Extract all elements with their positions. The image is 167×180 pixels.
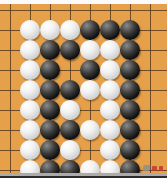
black-stone-r7c6 — [120, 140, 140, 160]
black-stone-r4c6 — [120, 80, 140, 100]
black-stone-r5c2 — [40, 100, 60, 120]
white-stone-r7c3 — [60, 140, 80, 160]
black-stone-r2c2 — [40, 40, 60, 60]
black-stone-r2c6 — [120, 40, 140, 60]
black-stone-r6c2 — [40, 120, 60, 140]
white-stone-r6c5 — [100, 120, 120, 140]
screenshot-root — [0, 0, 167, 180]
black-stone-r2c3 — [60, 40, 80, 60]
black-stone-r4c3 — [60, 80, 80, 100]
white-stone-r1c1 — [20, 20, 40, 40]
white-stone-r5c5 — [100, 100, 120, 120]
go-board[interactable] — [0, 4, 167, 173]
black-stone-r3c4 — [80, 60, 100, 80]
black-stone-r7c2 — [40, 140, 60, 160]
white-stone-r6c1 — [20, 120, 40, 140]
white-stone-r1c2 — [40, 20, 60, 40]
white-stone-r2c4 — [80, 40, 100, 60]
white-stone-r4c1 — [20, 80, 40, 100]
black-stone-r3c2 — [40, 60, 60, 80]
watermark-icon — [142, 165, 150, 171]
white-stone-r5c1 — [20, 100, 40, 120]
black-stone-r6c6 — [120, 120, 140, 140]
watermark-text-mark — [152, 166, 157, 171]
bottom-frame-white — [0, 178, 167, 180]
black-stone-r3c6 — [120, 60, 140, 80]
white-stone-r4c4 — [80, 80, 100, 100]
black-stone-r5c6 — [120, 100, 140, 120]
white-stone-r4c5 — [100, 80, 120, 100]
white-stone-r2c5 — [100, 40, 120, 60]
watermark — [143, 165, 163, 171]
white-stone-r5c3 — [60, 100, 80, 120]
white-stone-r6c4 — [80, 120, 100, 140]
watermark-text-mark2 — [159, 166, 163, 171]
black-stone-r1c6 — [120, 20, 140, 40]
white-stone-r3c1 — [20, 60, 40, 80]
board-horizontal-line — [0, 10, 167, 11]
black-stone-r6c3 — [60, 120, 80, 140]
white-stone-r2c1 — [20, 40, 40, 60]
white-stone-r1c3 — [60, 20, 80, 40]
white-stone-r7c1 — [20, 140, 40, 160]
white-stone-r3c5 — [100, 60, 120, 80]
black-stone-r4c2 — [40, 80, 60, 100]
white-stone-r7c5 — [100, 140, 120, 160]
black-stone-r1c5 — [100, 20, 120, 40]
black-stone-r1c4 — [80, 20, 100, 40]
